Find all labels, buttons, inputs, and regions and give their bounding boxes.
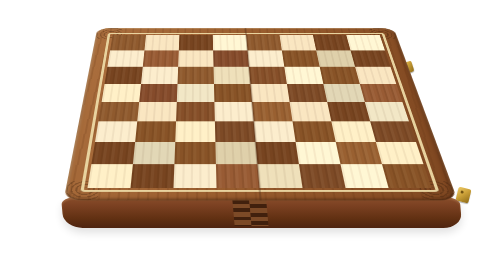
square-r6c7-light — [376, 142, 424, 164]
square-r0c1-light — [144, 35, 179, 50]
square-r7c6-light — [340, 164, 388, 188]
square-r6c0-dark — [91, 142, 135, 164]
square-r1c0-light — [107, 50, 144, 66]
square-r4c5-light — [290, 102, 332, 121]
square-r1c6-light — [316, 50, 355, 66]
square-r7c5-dark — [299, 164, 346, 188]
square-r7c2-light — [173, 164, 216, 188]
fold-finger-joints — [232, 200, 268, 226]
square-r1c7-dark — [351, 50, 391, 66]
square-r5c2-light — [175, 121, 215, 142]
square-r6c3-light — [215, 142, 257, 164]
board-front-edge — [61, 197, 462, 228]
square-r1c1-dark — [143, 50, 179, 66]
square-r4c4-dark — [252, 102, 293, 121]
photo-background: { "game": "chess", "description": "Empty… — [0, 0, 500, 279]
square-r6c1-light — [133, 142, 175, 164]
square-r0c4-dark — [246, 35, 282, 50]
square-r0c6-dark — [313, 35, 351, 50]
square-r3c7-dark — [360, 84, 403, 102]
square-r6c6-dark — [336, 142, 382, 164]
square-r4c1-light — [137, 102, 177, 121]
square-r2c0-dark — [105, 67, 143, 84]
square-r0c0-dark — [110, 35, 146, 50]
chess-board — [63, 28, 457, 201]
square-r7c1-dark — [130, 164, 174, 188]
square-r2c3-light — [214, 67, 251, 84]
square-r3c4-light — [250, 84, 289, 102]
square-r6c5-light — [296, 142, 341, 164]
square-r0c3-light — [213, 35, 248, 50]
square-r5c1-dark — [135, 121, 176, 142]
square-r4c3-light — [214, 102, 253, 121]
square-r3c6-light — [323, 84, 364, 102]
square-r5c7-dark — [370, 121, 416, 142]
square-r5c5-dark — [293, 121, 336, 142]
square-r0c2-dark — [179, 35, 213, 50]
playing-area — [87, 35, 431, 188]
square-r7c0-light — [87, 164, 132, 188]
square-r2c5-light — [284, 67, 323, 84]
square-r1c4-light — [247, 50, 284, 66]
square-r4c0-dark — [98, 102, 139, 121]
square-r5c3-dark — [215, 121, 256, 142]
square-r3c3-dark — [214, 84, 252, 102]
square-r1c5-dark — [282, 50, 320, 66]
square-r1c2-light — [178, 50, 213, 66]
square-r7c7-dark — [382, 164, 432, 188]
square-r0c7-light — [346, 35, 385, 50]
square-r3c5-dark — [287, 84, 327, 102]
square-r5c6-light — [331, 121, 376, 142]
square-r1c3-dark — [213, 50, 249, 66]
square-r7c3-dark — [216, 164, 260, 188]
square-r7c4-light — [257, 164, 302, 188]
square-r4c7-light — [365, 102, 409, 121]
square-r3c0-light — [102, 84, 141, 102]
square-r4c6-dark — [327, 102, 370, 121]
square-r3c2-light — [177, 84, 215, 102]
square-r6c2-dark — [174, 142, 216, 164]
square-r6c4-dark — [256, 142, 299, 164]
square-r0c5-light — [280, 35, 317, 50]
square-r4c2-dark — [176, 102, 215, 121]
square-r2c7-light — [355, 67, 396, 84]
square-r2c1-light — [141, 67, 178, 84]
square-r5c4-light — [254, 121, 296, 142]
square-r3c1-dark — [139, 84, 177, 102]
square-r2c6-dark — [320, 67, 360, 84]
square-r5c0-light — [95, 121, 137, 142]
square-r2c2-dark — [178, 67, 214, 84]
square-r2c4-dark — [249, 67, 287, 84]
